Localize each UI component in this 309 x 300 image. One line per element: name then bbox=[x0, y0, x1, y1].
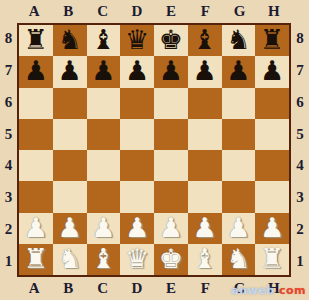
file-label-d: D bbox=[120, 0, 154, 22]
white-bishop: ♝ bbox=[193, 245, 217, 272]
square-b5[interactable] bbox=[53, 119, 87, 150]
square-a3[interactable] bbox=[19, 181, 53, 212]
black-pawn: ♟ bbox=[260, 57, 284, 84]
rank-label-3: 3 bbox=[291, 182, 309, 214]
white-pawn: ♟ bbox=[159, 214, 183, 241]
square-h5[interactable] bbox=[255, 119, 289, 150]
board: ♜♞♝♛♚♝♞♜♟♟♟♟♟♟♟♟♟♟♟♟♟♟♟♟♜♞♝♛♚♝♞♜ bbox=[17, 23, 291, 277]
black-knight: ♞ bbox=[58, 26, 82, 53]
file-label-f: F bbox=[188, 0, 222, 22]
square-g3[interactable] bbox=[222, 181, 256, 212]
square-c2[interactable]: ♟ bbox=[87, 213, 121, 244]
square-a8[interactable]: ♜ bbox=[19, 25, 53, 56]
square-a4[interactable] bbox=[19, 150, 53, 181]
square-b6[interactable] bbox=[53, 88, 87, 119]
square-b2[interactable]: ♟ bbox=[53, 213, 87, 244]
rank-label-1: 1 bbox=[0, 245, 17, 277]
rank-label-2: 2 bbox=[0, 214, 17, 246]
white-queen: ♛ bbox=[125, 245, 149, 272]
black-pawn: ♟ bbox=[91, 57, 115, 84]
black-bishop: ♝ bbox=[193, 26, 217, 53]
square-b8[interactable]: ♞ bbox=[53, 25, 87, 56]
square-f3[interactable] bbox=[188, 181, 222, 212]
square-a1[interactable]: ♜ bbox=[19, 244, 53, 275]
black-pawn: ♟ bbox=[159, 57, 183, 84]
file-label-f: F bbox=[188, 277, 222, 299]
black-queen: ♛ bbox=[125, 26, 149, 53]
square-a7[interactable]: ♟ bbox=[19, 56, 53, 87]
file-label-c: C bbox=[86, 0, 120, 22]
black-bishop: ♝ bbox=[91, 26, 115, 53]
file-label-g: G bbox=[223, 277, 257, 299]
square-d3[interactable] bbox=[120, 181, 154, 212]
square-b3[interactable] bbox=[53, 181, 87, 212]
file-label-b: B bbox=[51, 277, 85, 299]
square-e8[interactable]: ♚ bbox=[154, 25, 188, 56]
square-g4[interactable] bbox=[222, 150, 256, 181]
black-knight: ♞ bbox=[226, 26, 250, 53]
square-f7[interactable]: ♟ bbox=[188, 56, 222, 87]
rank-label-6: 6 bbox=[0, 87, 17, 119]
file-label-a: A bbox=[17, 277, 51, 299]
square-f2[interactable]: ♟ bbox=[188, 213, 222, 244]
square-h3[interactable] bbox=[255, 181, 289, 212]
square-e3[interactable] bbox=[154, 181, 188, 212]
rank-label-7: 7 bbox=[0, 55, 17, 87]
rank-label-2: 2 bbox=[291, 214, 309, 246]
file-labels-top: ABCDEFGH bbox=[17, 0, 291, 22]
black-pawn: ♟ bbox=[24, 57, 48, 84]
white-rook: ♜ bbox=[260, 245, 284, 272]
square-f8[interactable]: ♝ bbox=[188, 25, 222, 56]
rank-label-5: 5 bbox=[291, 118, 309, 150]
black-pawn: ♟ bbox=[193, 57, 217, 84]
square-f4[interactable] bbox=[188, 150, 222, 181]
black-pawn: ♟ bbox=[226, 57, 250, 84]
square-f5[interactable] bbox=[188, 119, 222, 150]
square-e1[interactable]: ♚ bbox=[154, 244, 188, 275]
white-pawn: ♟ bbox=[260, 214, 284, 241]
square-h2[interactable]: ♟ bbox=[255, 213, 289, 244]
square-g8[interactable]: ♞ bbox=[222, 25, 256, 56]
black-pawn: ♟ bbox=[125, 57, 149, 84]
square-c4[interactable] bbox=[87, 150, 121, 181]
square-f1[interactable]: ♝ bbox=[188, 244, 222, 275]
chess-diagram: ABCDEFGH 87654321 87654321 ABCDEFGH ♜♞♝♛… bbox=[0, 0, 309, 300]
file-label-h: H bbox=[257, 0, 291, 22]
white-pawn: ♟ bbox=[58, 214, 82, 241]
black-rook: ♜ bbox=[24, 26, 48, 53]
white-pawn: ♟ bbox=[193, 214, 217, 241]
square-e4[interactable] bbox=[154, 150, 188, 181]
square-d8[interactable]: ♛ bbox=[120, 25, 154, 56]
file-label-a: A bbox=[17, 0, 51, 22]
file-label-e: E bbox=[154, 0, 188, 22]
square-h1[interactable]: ♜ bbox=[255, 244, 289, 275]
file-label-c: C bbox=[86, 277, 120, 299]
square-e2[interactable]: ♟ bbox=[154, 213, 188, 244]
file-labels-bottom: ABCDEFGH bbox=[17, 277, 291, 299]
rank-label-4: 4 bbox=[291, 150, 309, 182]
square-a6[interactable] bbox=[19, 88, 53, 119]
white-pawn: ♟ bbox=[24, 214, 48, 241]
file-label-b: B bbox=[51, 0, 85, 22]
square-g7[interactable]: ♟ bbox=[222, 56, 256, 87]
square-a5[interactable] bbox=[19, 119, 53, 150]
square-d4[interactable] bbox=[120, 150, 154, 181]
square-g1[interactable]: ♞ bbox=[222, 244, 256, 275]
square-c3[interactable] bbox=[87, 181, 121, 212]
square-a2[interactable]: ♟ bbox=[19, 213, 53, 244]
square-e5[interactable] bbox=[154, 119, 188, 150]
square-c7[interactable]: ♟ bbox=[87, 56, 121, 87]
file-label-g: G bbox=[223, 0, 257, 22]
rank-labels-left: 87654321 bbox=[0, 23, 17, 277]
square-b4[interactable] bbox=[53, 150, 87, 181]
square-d5[interactable] bbox=[120, 119, 154, 150]
square-c8[interactable]: ♝ bbox=[87, 25, 121, 56]
rank-labels-right: 87654321 bbox=[291, 23, 309, 277]
square-e6[interactable] bbox=[154, 88, 188, 119]
rank-label-5: 5 bbox=[0, 118, 17, 150]
white-pawn: ♟ bbox=[125, 214, 149, 241]
square-g2[interactable]: ♟ bbox=[222, 213, 256, 244]
rank-label-7: 7 bbox=[291, 55, 309, 87]
square-b7[interactable]: ♟ bbox=[53, 56, 87, 87]
square-c1[interactable]: ♝ bbox=[87, 244, 121, 275]
rank-label-3: 3 bbox=[0, 182, 17, 214]
square-g5[interactable] bbox=[222, 119, 256, 150]
square-g6[interactable] bbox=[222, 88, 256, 119]
black-pawn: ♟ bbox=[58, 57, 82, 84]
square-f6[interactable] bbox=[188, 88, 222, 119]
square-e7[interactable]: ♟ bbox=[154, 56, 188, 87]
rank-label-8: 8 bbox=[0, 23, 17, 55]
black-king: ♚ bbox=[159, 26, 183, 53]
square-h8[interactable]: ♜ bbox=[255, 25, 289, 56]
white-king: ♚ bbox=[159, 245, 183, 272]
black-rook: ♜ bbox=[260, 26, 284, 53]
rank-label-8: 8 bbox=[291, 23, 309, 55]
white-knight: ♞ bbox=[58, 245, 82, 272]
white-rook: ♜ bbox=[24, 245, 48, 272]
square-h7[interactable]: ♟ bbox=[255, 56, 289, 87]
rank-label-1: 1 bbox=[291, 245, 309, 277]
file-label-e: E bbox=[154, 277, 188, 299]
square-b1[interactable]: ♞ bbox=[53, 244, 87, 275]
white-pawn: ♟ bbox=[91, 214, 115, 241]
white-knight: ♞ bbox=[226, 245, 250, 272]
square-c5[interactable] bbox=[87, 119, 121, 150]
square-d2[interactable]: ♟ bbox=[120, 213, 154, 244]
file-label-d: D bbox=[120, 277, 154, 299]
white-pawn: ♟ bbox=[226, 214, 250, 241]
square-d6[interactable] bbox=[120, 88, 154, 119]
square-d7[interactable]: ♟ bbox=[120, 56, 154, 87]
square-h4[interactable] bbox=[255, 150, 289, 181]
rank-label-4: 4 bbox=[0, 150, 17, 182]
rank-label-6: 6 bbox=[291, 87, 309, 119]
square-d1[interactable]: ♛ bbox=[120, 244, 154, 275]
file-label-h: H bbox=[257, 277, 291, 299]
square-h6[interactable] bbox=[255, 88, 289, 119]
white-bishop: ♝ bbox=[91, 245, 115, 272]
square-c6[interactable] bbox=[87, 88, 121, 119]
